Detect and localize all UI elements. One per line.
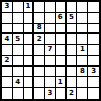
given-digit: 2 [4, 57, 9, 64]
cell-r4c4[interactable]: 2 [34, 34, 45, 45]
cell-r8c2[interactable]: 4 [13, 77, 24, 88]
cell-r5c6[interactable] [56, 45, 67, 56]
cell-r3c1[interactable] [2, 24, 13, 35]
cell-r9c9[interactable] [88, 88, 99, 99]
cell-r1c6[interactable] [56, 2, 67, 13]
cell-r7c5[interactable] [45, 67, 56, 78]
cell-r9c2[interactable] [13, 88, 24, 99]
cell-r1c1[interactable]: 3 [2, 2, 13, 13]
cell-r4c5[interactable] [45, 34, 56, 45]
given-digit: 8 [37, 24, 42, 31]
cell-r6c3[interactable] [24, 56, 35, 67]
given-digit: 3 [48, 90, 53, 97]
cell-r7c2[interactable] [13, 67, 24, 78]
cell-r6c1[interactable]: 2 [2, 56, 13, 67]
cell-r9c6[interactable] [56, 88, 67, 99]
sudoku-board: 31658452712834132 [0, 0, 101, 101]
cell-r9c7[interactable]: 2 [67, 88, 78, 99]
cell-r8c3[interactable] [24, 77, 35, 88]
cell-r5c8[interactable]: 1 [77, 45, 88, 56]
cell-r6c6[interactable] [56, 56, 67, 67]
cell-r3c5[interactable] [45, 24, 56, 35]
cell-r1c4[interactable] [34, 2, 45, 13]
cell-r7c3[interactable] [24, 67, 35, 78]
cell-r3c2[interactable] [13, 24, 24, 35]
cell-r5c1[interactable] [2, 45, 13, 56]
given-digit: 3 [91, 68, 96, 75]
cell-r9c5[interactable]: 3 [45, 88, 56, 99]
cell-r3c7[interactable] [67, 24, 78, 35]
cell-r5c3[interactable] [24, 45, 35, 56]
cell-r6c4[interactable] [34, 56, 45, 67]
given-digit: 7 [48, 46, 53, 53]
cell-r7c6[interactable] [56, 67, 67, 78]
cell-r2c9[interactable] [88, 13, 99, 24]
cell-r2c2[interactable] [13, 13, 24, 24]
cell-r3c6[interactable] [56, 24, 67, 35]
cell-r6c5[interactable] [45, 56, 56, 67]
cell-r9c4[interactable] [34, 88, 45, 99]
cell-r2c6[interactable]: 6 [56, 13, 67, 24]
given-digit: 4 [15, 79, 20, 86]
cell-r8c7[interactable] [67, 77, 78, 88]
cell-r4c9[interactable] [88, 34, 99, 45]
given-digit: 1 [58, 79, 63, 86]
cell-r2c7[interactable]: 5 [67, 13, 78, 24]
cell-r4c6[interactable] [56, 34, 67, 45]
cell-r5c4[interactable] [34, 45, 45, 56]
cell-r3c8[interactable] [77, 24, 88, 35]
given-digit: 8 [80, 68, 85, 75]
cell-r1c9[interactable] [88, 2, 99, 13]
cell-r2c3[interactable] [24, 13, 35, 24]
given-digit: 3 [4, 3, 9, 10]
cell-r2c5[interactable] [45, 13, 56, 24]
given-digit: 5 [69, 14, 74, 21]
given-digit: 1 [80, 46, 85, 53]
cell-r8c6[interactable]: 1 [56, 77, 67, 88]
cell-r9c3[interactable] [24, 88, 35, 99]
cell-r6c8[interactable] [77, 56, 88, 67]
cell-r7c4[interactable] [34, 67, 45, 78]
cell-r1c7[interactable] [67, 2, 78, 13]
cell-r8c4[interactable] [34, 77, 45, 88]
cell-r9c8[interactable] [77, 88, 88, 99]
cell-r4c8[interactable] [77, 34, 88, 45]
cell-r2c4[interactable] [34, 13, 45, 24]
cell-r1c5[interactable] [45, 2, 56, 13]
cell-r8c9[interactable] [88, 77, 99, 88]
cell-r3c9[interactable] [88, 24, 99, 35]
cell-r2c1[interactable] [2, 13, 13, 24]
cell-r4c3[interactable] [24, 34, 35, 45]
cell-r3c4[interactable]: 8 [34, 24, 45, 35]
cell-r3c3[interactable] [24, 24, 35, 35]
cell-r5c9[interactable] [88, 45, 99, 56]
cell-r8c5[interactable] [45, 77, 56, 88]
given-digit: 4 [4, 36, 9, 43]
cell-r7c7[interactable] [67, 67, 78, 78]
given-digit: 1 [26, 3, 31, 10]
cell-r5c5[interactable]: 7 [45, 45, 56, 56]
cell-r5c2[interactable] [13, 45, 24, 56]
given-digit: 6 [58, 14, 63, 21]
given-digit: 5 [15, 36, 20, 43]
cell-r7c1[interactable] [2, 67, 13, 78]
cell-r6c9[interactable] [88, 56, 99, 67]
cell-r1c3[interactable]: 1 [24, 2, 35, 13]
cell-r1c8[interactable] [77, 2, 88, 13]
cell-r7c9[interactable]: 3 [88, 67, 99, 78]
cell-r1c2[interactable] [13, 2, 24, 13]
given-digit: 2 [69, 90, 74, 97]
cell-r8c8[interactable] [77, 77, 88, 88]
cell-r2c8[interactable] [77, 13, 88, 24]
given-digit: 2 [37, 36, 42, 43]
cell-r5c7[interactable] [67, 45, 78, 56]
cell-r6c7[interactable] [67, 56, 78, 67]
cell-r6c2[interactable] [13, 56, 24, 67]
cell-r4c7[interactable] [67, 34, 78, 45]
cell-r8c1[interactable] [2, 77, 13, 88]
cell-r4c1[interactable]: 4 [2, 34, 13, 45]
cell-r9c1[interactable] [2, 88, 13, 99]
cell-r4c2[interactable]: 5 [13, 34, 24, 45]
cell-r7c8[interactable]: 8 [77, 67, 88, 78]
